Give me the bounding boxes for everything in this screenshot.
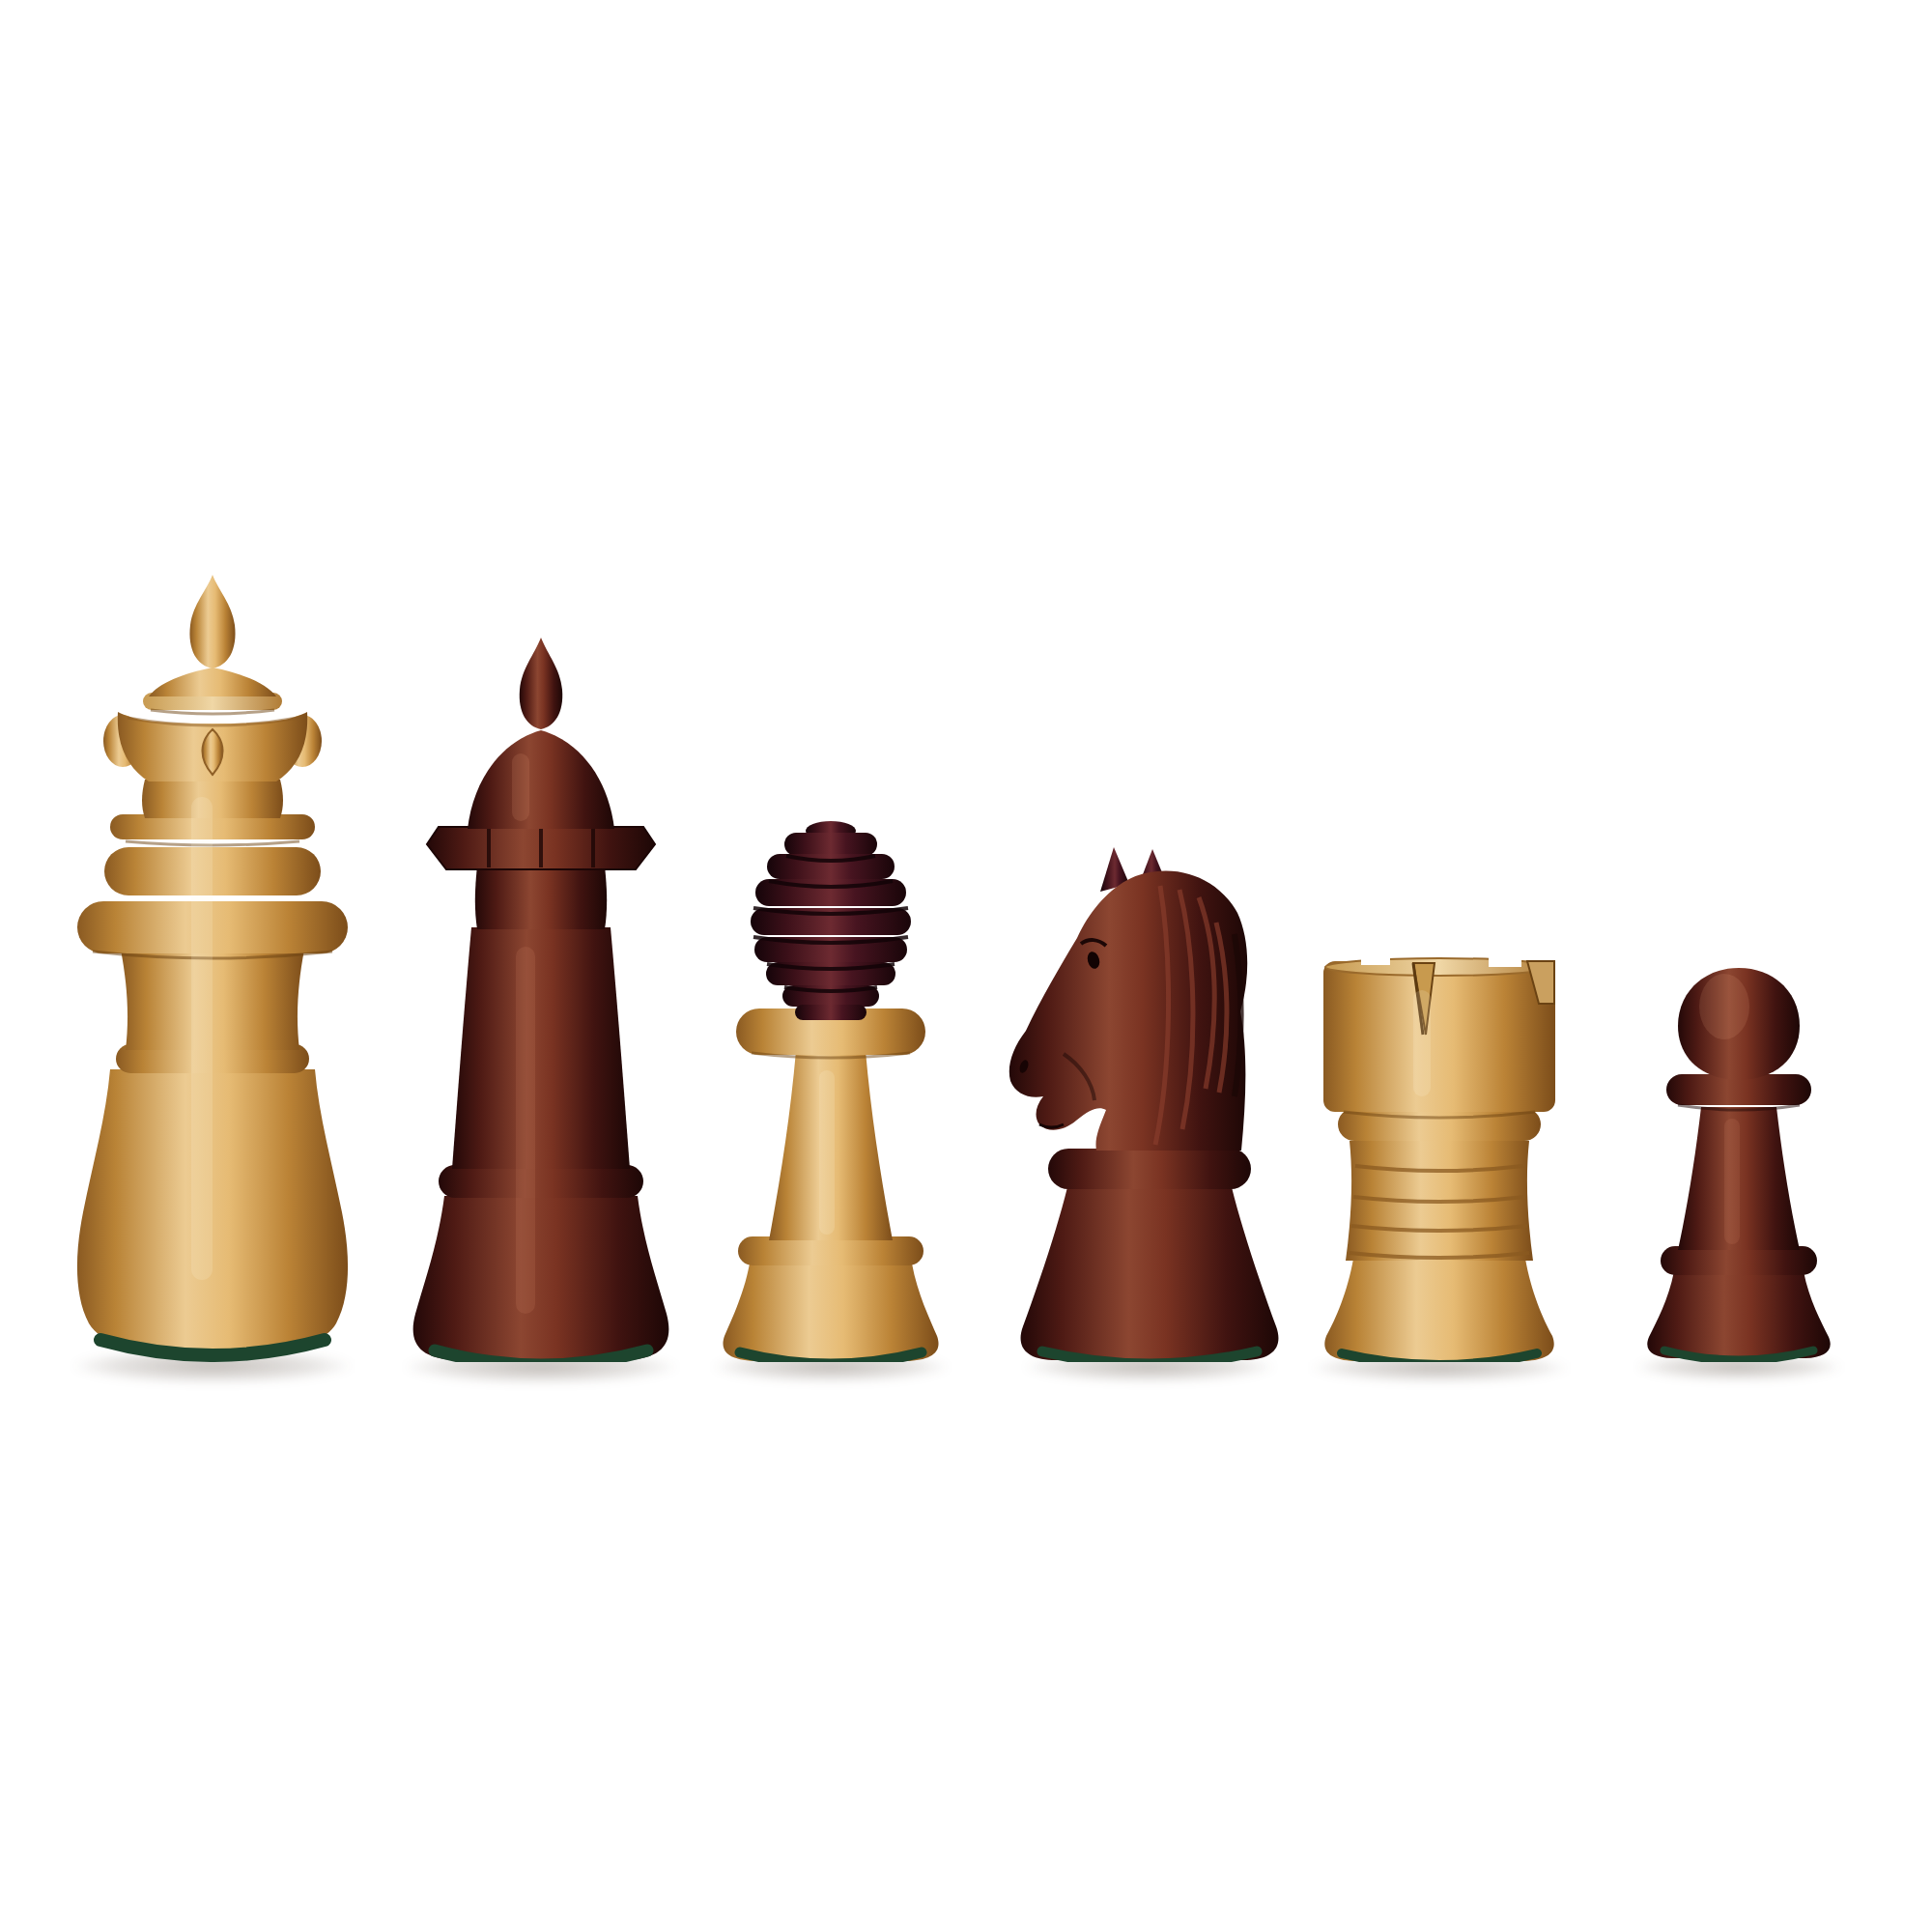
knight-piece-graphic [1000,847,1290,1362]
photo-canvas [0,0,1932,1932]
king-piece-graphic [68,575,357,1362]
knight-piece [1000,847,1290,1362]
queen-piece-graphic [396,638,686,1362]
queen-piece [396,638,686,1362]
bishop-piece [705,819,956,1362]
rook-crenel-gap-right [1489,952,1521,967]
rook-piece-graphic [1299,952,1579,1362]
rook-piece [1299,952,1579,1362]
pawn-piece-graphic [1628,964,1850,1362]
king-piece [68,575,357,1362]
bishop-piece-graphic [705,819,956,1362]
pawn-piece [1628,964,1850,1362]
knight-head [1009,870,1247,1151]
rook-crenel-gap-left [1361,952,1390,965]
